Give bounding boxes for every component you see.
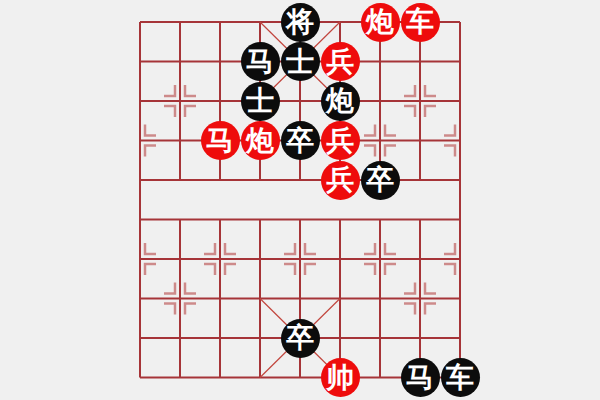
piece-black-cannon[interactable]: 炮 <box>321 82 360 121</box>
xiangqi-diagram: 将炮车马士兵士炮马炮卒兵兵卒卒帅马车 <box>0 0 600 400</box>
piece-red-soldier[interactable]: 兵 <box>321 42 360 81</box>
piece-red-cannon[interactable]: 炮 <box>241 121 280 160</box>
piece-black-soldier[interactable]: 卒 <box>281 319 320 358</box>
piece-black-soldier[interactable]: 卒 <box>361 161 400 200</box>
piece-black-general[interactable]: 将 <box>281 3 320 42</box>
piece-red-cannon[interactable]: 炮 <box>361 3 400 42</box>
piece-black-chariot[interactable]: 车 <box>441 358 480 397</box>
piece-red-soldier[interactable]: 兵 <box>321 161 360 200</box>
xiangqi-board[interactable]: 将炮车马士兵士炮马炮卒兵兵卒卒帅马车 <box>0 0 600 400</box>
piece-red-general[interactable]: 帅 <box>321 358 360 397</box>
piece-black-advisor[interactable]: 士 <box>281 42 320 81</box>
piece-black-soldier[interactable]: 卒 <box>281 121 320 160</box>
piece-black-horse[interactable]: 马 <box>241 42 280 81</box>
piece-red-chariot[interactable]: 车 <box>401 3 440 42</box>
piece-red-soldier[interactable]: 兵 <box>321 121 360 160</box>
piece-black-advisor[interactable]: 士 <box>241 82 280 121</box>
piece-red-horse[interactable]: 马 <box>201 121 240 160</box>
piece-black-horse[interactable]: 马 <box>401 358 440 397</box>
